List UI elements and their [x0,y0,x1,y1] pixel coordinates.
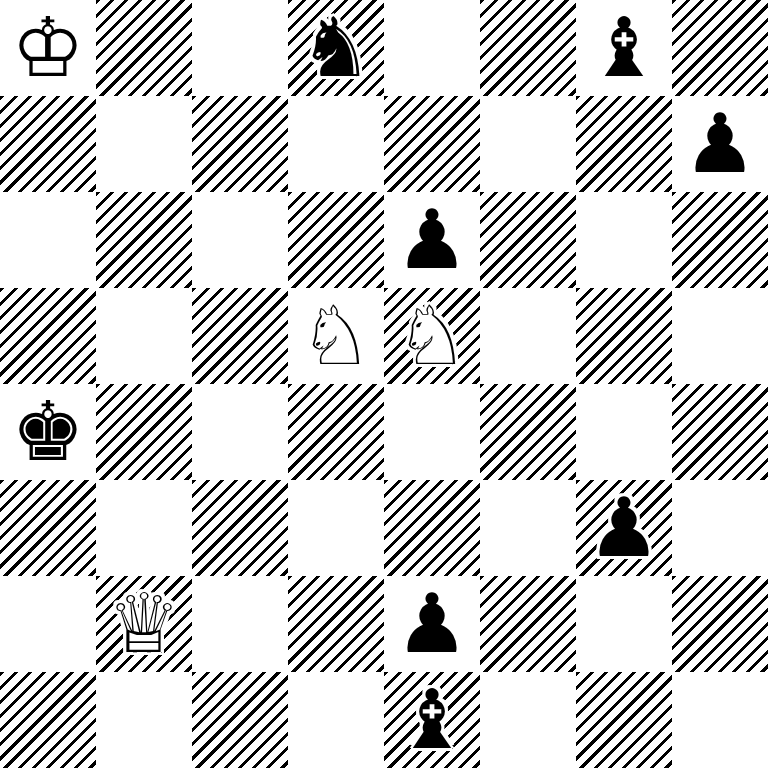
square-g5[interactable] [576,288,672,384]
square-h1[interactable] [672,672,768,768]
white-queen-glyph: ♕ [96,576,192,672]
square-b3[interactable] [96,480,192,576]
square-e4[interactable] [384,384,480,480]
square-b8[interactable] [96,0,192,96]
square-c2[interactable] [192,576,288,672]
square-g7[interactable] [576,96,672,192]
chess-board: ♚♔♞♝♟♟♞♘♞♘♚♟♛♕♟♝ [0,0,768,768]
square-b1[interactable] [96,672,192,768]
square-g2[interactable] [576,576,672,672]
square-g3[interactable]: ♟ [576,480,672,576]
square-a3[interactable] [0,480,96,576]
square-h2[interactable] [672,576,768,672]
piece-black-pawn[interactable]: ♟ [672,96,768,192]
square-c1[interactable] [192,672,288,768]
black-knight-glyph: ♞ [288,0,384,96]
square-d5[interactable]: ♞♘ [288,288,384,384]
black-king-glyph: ♚ [0,384,96,480]
square-g1[interactable] [576,672,672,768]
piece-black-king[interactable]: ♚ [0,384,96,480]
square-e8[interactable] [384,0,480,96]
square-d2[interactable] [288,576,384,672]
square-d8[interactable]: ♞ [288,0,384,96]
square-f2[interactable] [480,576,576,672]
square-b5[interactable] [96,288,192,384]
piece-black-pawn[interactable]: ♟ [384,192,480,288]
square-a8[interactable]: ♚♔ [0,0,96,96]
black-pawn-glyph: ♟ [672,96,768,192]
square-b4[interactable] [96,384,192,480]
white-knight-glyph: ♘ [384,288,480,384]
square-e6[interactable]: ♟ [384,192,480,288]
square-h7[interactable]: ♟ [672,96,768,192]
square-d1[interactable] [288,672,384,768]
square-b7[interactable] [96,96,192,192]
square-a5[interactable] [0,288,96,384]
piece-white-knight[interactable]: ♞♘ [288,288,384,384]
square-c4[interactable] [192,384,288,480]
piece-white-queen[interactable]: ♛♕ [96,576,192,672]
square-d3[interactable] [288,480,384,576]
square-e2[interactable]: ♟ [384,576,480,672]
white-knight-glyph: ♘ [288,288,384,384]
black-bishop-glyph: ♝ [384,672,480,768]
square-a6[interactable] [0,192,96,288]
square-b2[interactable]: ♛♕ [96,576,192,672]
square-c7[interactable] [192,96,288,192]
square-f3[interactable] [480,480,576,576]
square-b6[interactable] [96,192,192,288]
square-h6[interactable] [672,192,768,288]
square-d6[interactable] [288,192,384,288]
square-h8[interactable] [672,0,768,96]
square-e3[interactable] [384,480,480,576]
square-g6[interactable] [576,192,672,288]
piece-black-knight[interactable]: ♞ [288,0,384,96]
square-d4[interactable] [288,384,384,480]
piece-white-knight[interactable]: ♞♘ [384,288,480,384]
square-e5[interactable]: ♞♘ [384,288,480,384]
piece-white-king[interactable]: ♚♔ [0,0,96,96]
square-f4[interactable] [480,384,576,480]
square-f8[interactable] [480,0,576,96]
square-h5[interactable] [672,288,768,384]
square-a2[interactable] [0,576,96,672]
square-f5[interactable] [480,288,576,384]
black-bishop-glyph: ♝ [576,0,672,96]
square-c3[interactable] [192,480,288,576]
square-h3[interactable] [672,480,768,576]
square-c5[interactable] [192,288,288,384]
square-a1[interactable] [0,672,96,768]
piece-black-pawn[interactable]: ♟ [576,480,672,576]
square-c6[interactable] [192,192,288,288]
white-king-glyph: ♔ [0,0,96,96]
square-g8[interactable]: ♝ [576,0,672,96]
piece-black-pawn[interactable]: ♟ [384,576,480,672]
square-f7[interactable] [480,96,576,192]
piece-black-bishop[interactable]: ♝ [384,672,480,768]
black-pawn-glyph: ♟ [384,192,480,288]
square-e7[interactable] [384,96,480,192]
square-e1[interactable]: ♝ [384,672,480,768]
square-f6[interactable] [480,192,576,288]
piece-black-bishop[interactable]: ♝ [576,0,672,96]
square-f1[interactable] [480,672,576,768]
black-pawn-glyph: ♟ [384,576,480,672]
square-c8[interactable] [192,0,288,96]
black-pawn-glyph: ♟ [576,480,672,576]
square-d7[interactable] [288,96,384,192]
square-g4[interactable] [576,384,672,480]
square-a7[interactable] [0,96,96,192]
square-a4[interactable]: ♚ [0,384,96,480]
square-h4[interactable] [672,384,768,480]
